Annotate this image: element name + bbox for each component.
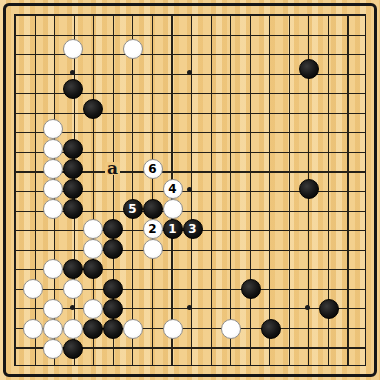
black-stone-disc [63, 159, 83, 179]
white-stone: 2 [143, 219, 163, 239]
white-stone-disc [43, 179, 63, 199]
white-stone [43, 139, 63, 159]
white-stone [63, 39, 83, 59]
white-stone [23, 319, 43, 339]
move-number-label: 6 [148, 163, 156, 175]
black-stone [63, 259, 83, 279]
white-stone-disc [63, 39, 83, 59]
black-stone-disc [143, 199, 163, 219]
black-stone-disc: 3 [183, 219, 203, 239]
black-stone: 1 [163, 219, 183, 239]
white-stone [43, 319, 63, 339]
point-label-text: a [105, 162, 120, 176]
white-stone-disc: 4 [163, 179, 183, 199]
black-stone [63, 199, 83, 219]
stones-layer: 645213a [4, 4, 376, 376]
black-stone [63, 79, 83, 99]
black-stone-disc [83, 259, 103, 279]
black-stone [241, 279, 261, 299]
black-stone [83, 319, 103, 339]
black-stone [103, 319, 123, 339]
white-stone-disc [63, 279, 83, 299]
black-stone [103, 239, 123, 259]
black-stone [103, 219, 123, 239]
black-stone [143, 199, 163, 219]
black-stone [299, 179, 319, 199]
white-stone [43, 259, 63, 279]
move-number-label: 2 [148, 223, 156, 235]
white-stone-disc [43, 119, 63, 139]
move-number-label: 4 [168, 183, 176, 195]
black-stone [103, 279, 123, 299]
white-stone [43, 179, 63, 199]
black-stone [63, 139, 83, 159]
white-stone-disc [23, 319, 43, 339]
white-stone-disc [221, 319, 241, 339]
white-stone [43, 299, 63, 319]
white-stone-disc [123, 39, 143, 59]
black-stone [83, 259, 103, 279]
black-stone [103, 299, 123, 319]
white-stone [43, 159, 63, 179]
black-stone-disc [83, 319, 103, 339]
white-stone-disc [63, 319, 83, 339]
black-stone-disc [103, 279, 123, 299]
black-stone-disc [319, 299, 339, 319]
white-stone-disc [83, 239, 103, 259]
white-stone [123, 39, 143, 59]
white-stone-disc [23, 279, 43, 299]
black-stone: 3 [183, 219, 203, 239]
black-stone [319, 299, 339, 319]
white-stone: 6 [143, 159, 163, 179]
point-label-a: a [103, 159, 123, 179]
white-stone-disc [83, 299, 103, 319]
black-stone-disc [63, 79, 83, 99]
white-stone [43, 119, 63, 139]
white-stone [83, 219, 103, 239]
white-stone [163, 319, 183, 339]
black-stone-disc [241, 279, 261, 299]
black-stone-disc [103, 299, 123, 319]
move-number-label: 1 [168, 223, 176, 235]
white-stone-disc [43, 319, 63, 339]
white-stone [63, 279, 83, 299]
black-stone-disc [63, 179, 83, 199]
go-board: 645213a [0, 0, 380, 380]
white-stone [123, 319, 143, 339]
black-stone [63, 179, 83, 199]
white-stone-disc [163, 199, 183, 219]
white-stone [221, 319, 241, 339]
white-stone-disc [43, 259, 63, 279]
black-stone-disc [299, 179, 319, 199]
black-stone-disc [63, 199, 83, 219]
black-stone: 5 [123, 199, 143, 219]
move-number-label: 5 [128, 203, 136, 215]
white-stone-disc [123, 319, 143, 339]
white-stone [43, 339, 63, 359]
black-stone [63, 339, 83, 359]
black-stone-disc [63, 139, 83, 159]
white-stone-disc [43, 299, 63, 319]
black-stone-disc: 5 [123, 199, 143, 219]
black-stone-disc [261, 319, 281, 339]
black-stone-disc [299, 59, 319, 79]
black-stone [83, 99, 103, 119]
black-stone-disc [103, 319, 123, 339]
white-stone: 4 [163, 179, 183, 199]
white-stone [63, 319, 83, 339]
white-stone [83, 239, 103, 259]
white-stone-disc [43, 139, 63, 159]
white-stone [43, 199, 63, 219]
white-stone-disc [43, 159, 63, 179]
white-stone [163, 199, 183, 219]
black-stone-disc [83, 99, 103, 119]
black-stone-disc [103, 239, 123, 259]
white-stone [83, 299, 103, 319]
move-number-label: 3 [188, 223, 196, 235]
black-stone [63, 159, 83, 179]
black-stone-disc [103, 219, 123, 239]
white-stone [23, 279, 43, 299]
black-stone [299, 59, 319, 79]
black-stone-disc: 1 [163, 219, 183, 239]
white-stone-disc [83, 219, 103, 239]
white-stone-disc [43, 199, 63, 219]
white-stone-disc: 2 [143, 219, 163, 239]
white-stone-disc [43, 339, 63, 359]
black-stone [261, 319, 281, 339]
white-stone [143, 239, 163, 259]
black-stone-disc [63, 339, 83, 359]
white-stone-disc: 6 [143, 159, 163, 179]
white-stone-disc [143, 239, 163, 259]
black-stone-disc [63, 259, 83, 279]
white-stone-disc [163, 319, 183, 339]
